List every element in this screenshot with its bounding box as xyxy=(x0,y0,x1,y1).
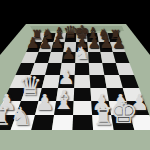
white-king-g1[interactable]: ♚ xyxy=(101,96,146,128)
white-knight-e6[interactable]: ♞ xyxy=(70,45,94,62)
white-pawn-d4[interactable]: ♟ xyxy=(53,68,80,87)
white-knight-b1[interactable]: ♞ xyxy=(4,104,39,129)
black-pawn-h7[interactable]: ♟ xyxy=(108,36,129,51)
square-f4[interactable] xyxy=(90,75,107,88)
square-d1[interactable] xyxy=(52,115,73,130)
white-bishop-d2[interactable]: ♝ xyxy=(45,87,81,113)
chess-app-window: ♜♞♝♛♚♝♞♜♟♟♟♟♟♟♟♟♞♟♛♟♟♝♟♟♟♜♞♜♚ xyxy=(0,0,150,150)
square-f5[interactable] xyxy=(89,63,105,75)
